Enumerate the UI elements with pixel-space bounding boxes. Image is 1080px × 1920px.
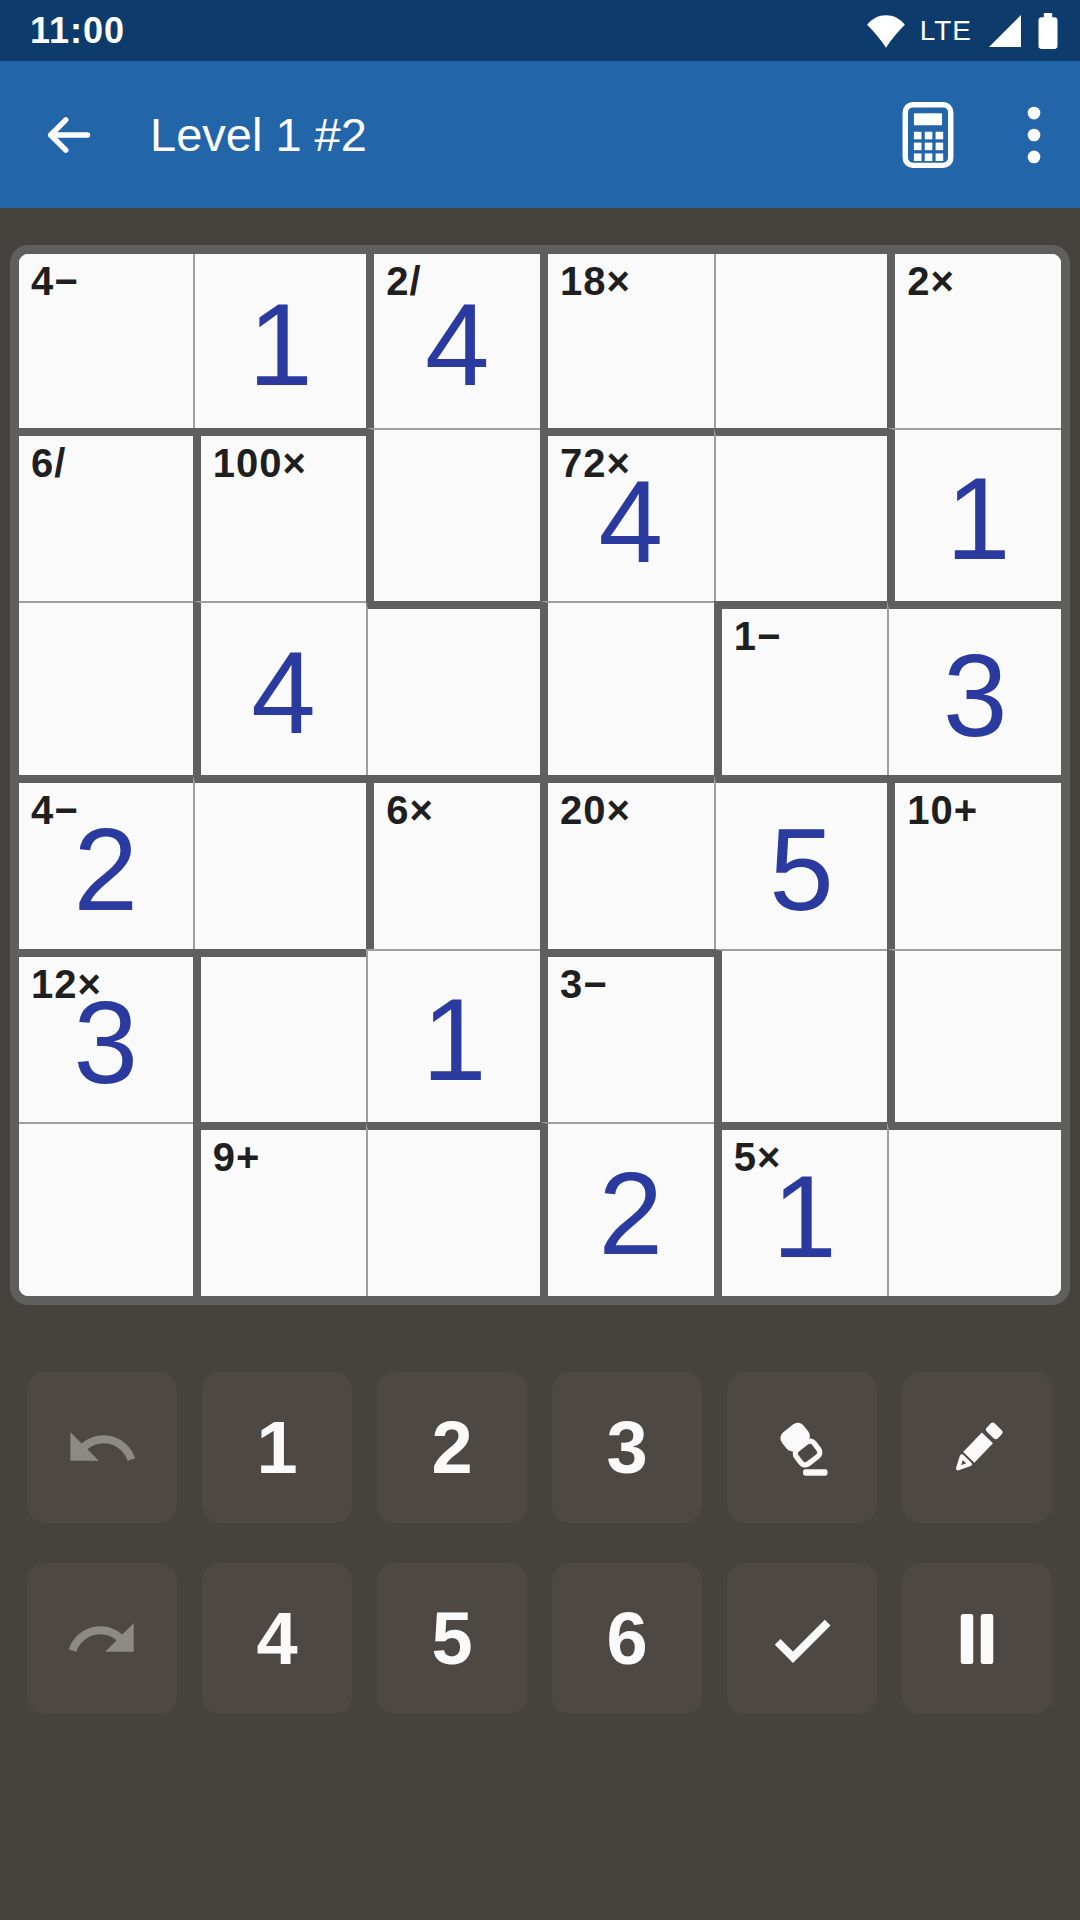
eraser-icon xyxy=(768,1414,836,1482)
check-solution-button[interactable] xyxy=(727,1563,877,1714)
cell-r5c2[interactable] xyxy=(193,949,367,1123)
cage-label: 4− xyxy=(31,788,79,833)
digit-6-button[interactable]: 6 xyxy=(552,1563,702,1714)
entry-digit: 5 xyxy=(769,812,834,928)
cage-label: 1− xyxy=(734,614,782,659)
back-button[interactable] xyxy=(36,103,100,167)
digit-1-label: 1 xyxy=(256,1405,297,1490)
cell-r4c1[interactable]: 4−2 xyxy=(19,775,193,949)
cage-label: 9+ xyxy=(213,1135,261,1180)
entry-digit: 1 xyxy=(422,982,487,1098)
cell-r1c6[interactable]: 2× xyxy=(887,254,1061,428)
cell-r3c6[interactable]: 3 xyxy=(887,601,1061,775)
wifi-icon xyxy=(865,13,907,49)
cell-r2c2[interactable]: 100× xyxy=(193,428,367,602)
signal-strength-icon xyxy=(985,13,1023,49)
cage-label: 18× xyxy=(560,259,631,304)
cell-r1c3[interactable]: 2/4 xyxy=(366,254,540,428)
cell-r5c4[interactable]: 3− xyxy=(540,949,714,1123)
calculator-button[interactable] xyxy=(896,101,960,169)
eraser-button[interactable] xyxy=(727,1372,877,1523)
network-type-label: LTE xyxy=(920,15,972,47)
cell-r4c6[interactable]: 10+ xyxy=(887,775,1061,949)
cell-r6c3[interactable] xyxy=(366,1122,540,1296)
cell-r3c3[interactable] xyxy=(366,601,540,775)
cell-r2c3[interactable] xyxy=(366,428,540,602)
digit-5-label: 5 xyxy=(431,1596,472,1681)
undo-button[interactable] xyxy=(27,1372,177,1523)
cell-r4c2[interactable] xyxy=(193,775,367,949)
back-arrow-icon xyxy=(42,109,94,161)
digit-5-button[interactable]: 5 xyxy=(377,1563,527,1714)
cell-r1c2[interactable]: 1 xyxy=(193,254,367,428)
cell-r1c4[interactable]: 18× xyxy=(540,254,714,428)
app-bar: Level 1 #2 xyxy=(0,61,1080,208)
cage-label: 10+ xyxy=(907,788,978,833)
cell-r5c5[interactable] xyxy=(714,949,888,1123)
clock: 11:00 xyxy=(30,10,125,52)
cage-label: 100× xyxy=(213,441,307,486)
pause-button[interactable] xyxy=(902,1563,1052,1714)
redo-icon xyxy=(64,1601,140,1677)
cell-r1c5[interactable] xyxy=(714,254,888,428)
cell-r6c2[interactable]: 9+ xyxy=(193,1122,367,1296)
digit-3-label: 3 xyxy=(606,1405,647,1490)
cell-r4c4[interactable]: 20× xyxy=(540,775,714,949)
cage-label: 5× xyxy=(734,1135,782,1180)
cell-r6c1[interactable] xyxy=(19,1122,193,1296)
cell-r1c1[interactable]: 4− xyxy=(19,254,193,428)
keypad-row-1: 1 2 3 xyxy=(27,1372,1053,1523)
cell-r3c5[interactable]: 1− xyxy=(714,601,888,775)
cell-r5c3[interactable]: 1 xyxy=(366,949,540,1123)
entry-digit: 1 xyxy=(946,461,1011,577)
three-dot-menu-icon xyxy=(1027,105,1041,165)
cell-r6c5[interactable]: 5×1 xyxy=(714,1122,888,1296)
board: 4−12/418×2×6/100×72×4141−34−26×20×510+12… xyxy=(10,245,1070,1305)
cage-label: 6× xyxy=(386,788,434,833)
pause-icon xyxy=(947,1609,1007,1669)
cage-label: 20× xyxy=(560,788,631,833)
undo-icon xyxy=(64,1410,140,1486)
digit-4-button[interactable]: 4 xyxy=(202,1563,352,1714)
digit-2-label: 2 xyxy=(431,1405,472,1490)
cell-r2c6[interactable]: 1 xyxy=(887,428,1061,602)
entry-digit: 2 xyxy=(599,1156,664,1272)
keypad-row-2: 4 5 6 xyxy=(27,1563,1053,1714)
cell-r5c6[interactable] xyxy=(887,949,1061,1123)
entry-digit: 1 xyxy=(248,287,313,403)
checkmark-icon xyxy=(766,1603,838,1675)
digit-2-button[interactable]: 2 xyxy=(377,1372,527,1523)
cell-r2c5[interactable] xyxy=(714,428,888,602)
cell-r2c4[interactable]: 72×4 xyxy=(540,428,714,602)
cell-r6c6[interactable] xyxy=(887,1122,1061,1296)
cell-r4c3[interactable]: 6× xyxy=(366,775,540,949)
redo-button[interactable] xyxy=(27,1563,177,1714)
cage-label: 2/ xyxy=(386,259,421,304)
cell-r2c1[interactable]: 6/ xyxy=(19,428,193,602)
pencil-icon xyxy=(944,1415,1010,1481)
screen: 11:00 LTE Level 1 #2 xyxy=(0,0,1080,1920)
digit-3-button[interactable]: 3 xyxy=(552,1372,702,1523)
cell-r6c4[interactable]: 2 xyxy=(540,1122,714,1296)
battery-icon xyxy=(1036,12,1060,50)
cage-label: 12× xyxy=(31,962,102,1007)
cage-label: 72× xyxy=(560,441,631,486)
entry-digit: 4 xyxy=(425,287,490,403)
status-bar: 11:00 LTE xyxy=(0,0,1080,61)
cell-r4c5[interactable]: 5 xyxy=(714,775,888,949)
digit-4-label: 4 xyxy=(256,1596,297,1681)
cage-label: 4− xyxy=(31,259,79,304)
pencil-notes-button[interactable] xyxy=(902,1372,1052,1523)
status-icons: LTE xyxy=(865,12,1060,50)
cage-label: 3− xyxy=(560,962,608,1007)
cage-label: 2× xyxy=(907,259,955,304)
cell-r3c4[interactable] xyxy=(540,601,714,775)
entry-digit: 2 xyxy=(74,812,139,928)
cell-r3c1[interactable] xyxy=(19,601,193,775)
calculator-icon xyxy=(902,101,954,169)
entry-digit: 3 xyxy=(943,638,1008,754)
entry-digit: 4 xyxy=(251,635,316,751)
cage-label: 6/ xyxy=(31,441,66,486)
entry-digit: 1 xyxy=(772,1159,837,1275)
digit-1-button[interactable]: 1 xyxy=(202,1372,352,1523)
overflow-menu-button[interactable] xyxy=(1012,105,1056,165)
digit-6-label: 6 xyxy=(606,1596,647,1681)
page-title: Level 1 #2 xyxy=(150,107,367,162)
cell-r5c1[interactable]: 12×3 xyxy=(19,949,193,1123)
cell-r3c2[interactable]: 4 xyxy=(193,601,367,775)
